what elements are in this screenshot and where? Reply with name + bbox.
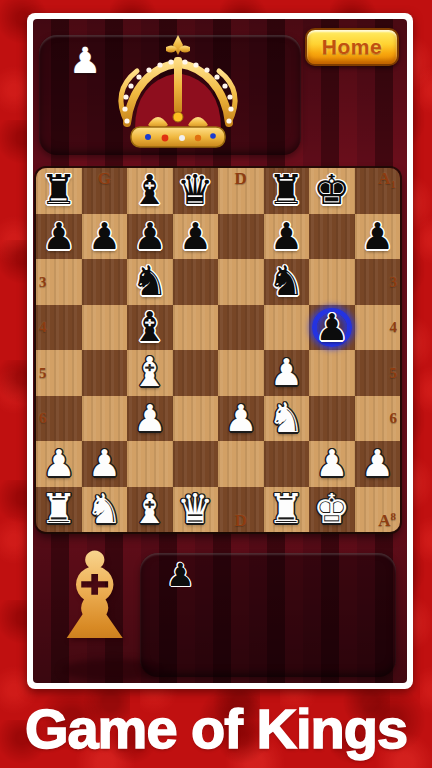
app-background: ♟ [33,19,407,683]
black-bishop[interactable]: ♝ [131,307,168,348]
white-knight[interactable]: ♞ [86,489,123,530]
square-r2c2[interactable]: ♟ [82,214,128,260]
white-pawn[interactable]: ♟ [361,445,394,482]
black-queen[interactable]: ♛ [177,170,214,211]
square-r1c8[interactable]: A1 [355,168,401,214]
white-rook[interactable]: ♜ [40,489,77,530]
square-r7c8[interactable]: ♟ [355,441,401,487]
square-r8c5[interactable]: D [218,487,264,533]
square-r7c7[interactable]: ♟ [309,441,355,487]
board-coordinate-label: A8 [378,511,396,529]
square-r6c7[interactable] [309,396,355,442]
square-r7c4[interactable] [173,441,219,487]
square-r3c1[interactable]: 3 [36,259,82,305]
square-r5c7[interactable] [309,350,355,396]
square-r7c5[interactable] [218,441,264,487]
square-r4c6[interactable] [264,305,310,351]
square-r3c2[interactable] [82,259,128,305]
square-r3c5[interactable] [218,259,264,305]
crown-icon [103,31,253,155]
black-pawn[interactable]: ♟ [315,309,348,346]
square-r4c2[interactable] [82,305,128,351]
white-rook[interactable]: ♜ [268,489,305,530]
board-coordinate-label: 5 [39,365,47,380]
white-pawn[interactable]: ♟ [42,445,75,482]
game-title: Game of Kings [25,696,407,761]
square-r4c4[interactable] [173,305,219,351]
black-bishop[interactable]: ♝ [131,170,168,211]
square-r2c8[interactable]: ♟ [355,214,401,260]
black-pawn[interactable]: ♟ [270,218,303,255]
square-r7c1[interactable]: ♟ [36,441,82,487]
square-r1c4[interactable]: ♛ [173,168,219,214]
board-coordinate-label: 5 [390,365,398,380]
square-r1c6[interactable]: ♜ [264,168,310,214]
square-r3c7[interactable] [309,259,355,305]
game-title-banner: Game of Kings [0,689,432,768]
square-r4c3[interactable]: ♝ [127,305,173,351]
square-r4c5[interactable] [218,305,264,351]
white-pawn[interactable]: ♟ [270,354,303,391]
square-r1c5[interactable]: D [218,168,264,214]
white-pawn[interactable]: ♟ [133,400,166,437]
square-r8c3[interactable]: ♝ [127,487,173,533]
square-r2c7[interactable] [309,214,355,260]
square-r5c3[interactable]: ♝ [127,350,173,396]
square-r6c2[interactable] [82,396,128,442]
black-knight[interactable]: ♞ [131,261,168,302]
square-r8c1[interactable]: ♜ [36,487,82,533]
captured-black-pawn-icon: ♟ [166,559,195,591]
black-pawn[interactable]: ♟ [361,218,394,255]
player-captured-tray: ♟ [140,553,396,677]
square-r8c4[interactable]: ♛ [173,487,219,533]
white-pawn[interactable]: ♟ [315,445,348,482]
white-queen[interactable]: ♛ [177,489,214,530]
square-r6c6[interactable]: ♞ [264,396,310,442]
captured-white-pawn-icon: ♟ [69,43,101,79]
square-r1c3[interactable]: ♝ [127,168,173,214]
black-rook[interactable]: ♜ [268,170,305,211]
square-r3c8[interactable]: 3 [355,259,401,305]
board-coordinate-label: D [235,170,247,187]
square-r2c6[interactable]: ♟ [264,214,310,260]
square-r5c1[interactable]: 5 [36,350,82,396]
square-r2c3[interactable]: ♟ [127,214,173,260]
black-king[interactable]: ♚ [313,170,350,211]
black-knight[interactable]: ♞ [268,261,305,302]
square-r6c4[interactable] [173,396,219,442]
board-coordinate-label: 6 [39,411,47,426]
screen: { "app_title": "Game of Kings", "game": … [0,0,432,768]
white-bishop[interactable]: ♝ [131,489,168,530]
square-r5c4[interactable] [173,350,219,396]
white-bishop[interactable]: ♝ [131,352,168,393]
board-coordinate-label: 6 [390,411,398,426]
square-r1c7[interactable]: ♚ [309,168,355,214]
square-r5c6[interactable]: ♟ [264,350,310,396]
square-r6c1[interactable]: 6 [36,396,82,442]
black-rook[interactable]: ♜ [40,170,77,211]
square-r5c2[interactable] [82,350,128,396]
board-coordinate-label: 3 [39,274,47,289]
home-button-label: Home [322,35,382,59]
square-r4c1[interactable]: 4 [36,305,82,351]
black-pawn[interactable]: ♟ [42,218,75,255]
board-coordinate-label: 4 [390,320,398,335]
square-r1c1[interactable]: ♜ [36,168,82,214]
white-knight[interactable]: ♞ [268,398,305,439]
square-r6c8[interactable]: 6 [355,396,401,442]
square-r8c7[interactable]: ♚ [309,487,355,533]
black-pawn[interactable]: ♟ [133,218,166,255]
board-coordinate-label: G [98,170,111,187]
square-r3c4[interactable] [173,259,219,305]
square-r4c7[interactable]: ♟ [309,305,355,351]
board-coordinate-label: 4 [39,320,47,335]
home-button[interactable]: Home [305,28,399,66]
black-pawn[interactable]: ♟ [88,218,121,255]
white-pawn[interactable]: ♟ [224,400,257,437]
app-window: ♟ [27,13,413,689]
square-r7c3[interactable] [127,441,173,487]
square-r8c6[interactable]: ♜ [264,487,310,533]
square-r6c3[interactable]: ♟ [127,396,173,442]
square-r4c8[interactable]: 4 [355,305,401,351]
square-r8c8[interactable]: A8 [355,487,401,533]
board-coordinate-label: 3 [390,274,398,289]
square-r1c2[interactable]: G [82,168,128,214]
square-r7c6[interactable] [264,441,310,487]
player-gold-bishop-icon: ♝ [41,537,149,657]
square-r5c8[interactable]: 5 [355,350,401,396]
square-r6c5[interactable]: ♟ [218,396,264,442]
white-pawn[interactable]: ♟ [88,445,121,482]
black-pawn[interactable]: ♟ [179,218,212,255]
board-coordinate-label: D [235,512,247,529]
chess-board: ♜G♝♛D♜♚A1♟♟♟♟♟♟3♞♞34♝♟45♝♟56♟♟♞6♟♟♟♟♜♞♝♛… [36,168,400,532]
square-r5c5[interactable] [218,350,264,396]
square-r7c2[interactable]: ♟ [82,441,128,487]
square-r2c4[interactable]: ♟ [173,214,219,260]
square-r8c2[interactable]: ♞ [82,487,128,533]
square-r2c1[interactable]: ♟ [36,214,82,260]
white-king[interactable]: ♚ [313,489,350,530]
square-r3c3[interactable]: ♞ [127,259,173,305]
board-coordinate-label: A1 [378,170,396,190]
square-r2c5[interactable] [218,214,264,260]
square-r3c6[interactable]: ♞ [264,259,310,305]
